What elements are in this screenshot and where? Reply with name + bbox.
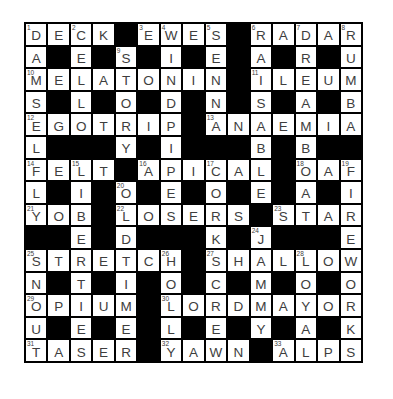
cell-r11c9[interactable]: 27S <box>206 250 226 271</box>
cell-r5c15[interactable]: A <box>341 114 361 135</box>
cell-r11c14[interactable]: O <box>318 250 338 271</box>
cell-r12c7[interactable]: O <box>161 273 181 294</box>
cell-letter: K <box>346 323 355 339</box>
clue-number: 14 <box>27 160 34 168</box>
cell-r15c8[interactable]: A <box>183 340 203 361</box>
cell-letter: O <box>53 210 64 226</box>
cell-letter: I <box>349 187 353 203</box>
cell-r11c8 <box>183 250 203 271</box>
cell-r15c11 <box>251 340 271 361</box>
cell-r3c14[interactable]: U <box>318 69 338 90</box>
cell-r15c2[interactable]: A <box>48 340 68 361</box>
cell-r8c5[interactable]: 20O <box>116 182 136 203</box>
cell-letter: E <box>77 52 86 68</box>
cell-letter: W <box>344 255 357 271</box>
cell-letter: E <box>346 233 355 249</box>
cell-letter: P <box>167 120 176 136</box>
cell-r2c10 <box>228 47 248 68</box>
cell-letter: E <box>189 29 198 45</box>
cell-r5c1[interactable]: 12E <box>26 114 46 135</box>
clue-number: 15 <box>72 160 79 168</box>
cell-letter: E <box>77 233 86 249</box>
cell-r5c13[interactable]: M <box>296 114 316 135</box>
clue-number: 1 <box>27 24 31 32</box>
cell-r6c7[interactable]: I <box>161 137 181 158</box>
cell-r4c7[interactable]: D <box>161 92 181 113</box>
cell-letter: L <box>77 74 85 90</box>
cell-r9c10[interactable]: S <box>228 205 248 226</box>
cell-r8c9[interactable]: O <box>206 182 226 203</box>
cell-letter: E <box>54 74 63 90</box>
cell-r11c13[interactable]: 28L <box>296 250 316 271</box>
cell-r7c9[interactable]: 17C <box>206 160 226 181</box>
cell-r7c15[interactable]: 19F <box>341 160 361 181</box>
cell-r15c1[interactable]: 31T <box>26 340 46 361</box>
cell-letter: Y <box>256 323 265 339</box>
cell-r4c4 <box>93 92 113 113</box>
cell-letter: S <box>32 97 41 113</box>
cell-r5c5[interactable]: R <box>116 114 136 135</box>
clue-number: 7 <box>297 24 301 32</box>
cell-r12c2 <box>48 273 68 294</box>
cell-letter: A <box>54 346 63 362</box>
cell-r7c12 <box>273 160 293 181</box>
cell-r2c9[interactable]: E <box>206 47 226 68</box>
cell-letter: R <box>211 300 221 316</box>
cell-letter: T <box>122 255 130 271</box>
cell-r4c3[interactable]: L <box>71 92 91 113</box>
cell-r14c4 <box>93 318 113 339</box>
cell-r8c7[interactable]: E <box>161 182 181 203</box>
cell-r5c7[interactable]: P <box>161 114 181 135</box>
cell-r13c2[interactable]: P <box>48 295 68 316</box>
cell-r11c5[interactable]: T <box>116 250 136 271</box>
clue-number: 23 <box>274 205 281 213</box>
cell-letter: B <box>346 97 355 113</box>
cell-letter: O <box>323 255 334 271</box>
cell-letter: E <box>54 165 63 181</box>
cell-letter: P <box>324 346 333 362</box>
cell-r3c15[interactable]: M <box>341 69 361 90</box>
cell-letter: U <box>31 323 41 339</box>
cell-r7c6[interactable]: 16A <box>138 160 158 181</box>
cell-r10c9[interactable]: K <box>206 227 226 248</box>
cell-r9c1[interactable]: 21Y <box>26 205 46 226</box>
cell-letter: O <box>143 210 154 226</box>
cell-r3c5[interactable]: T <box>116 69 136 90</box>
cell-r12c13[interactable]: O <box>296 273 316 294</box>
cell-r13c7[interactable]: 30L <box>161 295 181 316</box>
cell-r1c7[interactable]: 4W <box>161 24 181 45</box>
cell-r9c11 <box>251 205 271 226</box>
cell-r10c7 <box>161 227 181 248</box>
cell-letter: O <box>346 278 357 294</box>
cell-r13c15[interactable]: R <box>341 295 361 316</box>
clue-number: 8 <box>342 24 346 32</box>
cell-r15c4[interactable]: E <box>93 340 113 361</box>
cell-r14c11[interactable]: Y <box>251 318 271 339</box>
cell-r13c3[interactable]: I <box>71 295 91 316</box>
cell-letter: O <box>301 278 312 294</box>
cell-r4c14 <box>318 92 338 113</box>
clue-number: 11 <box>252 69 259 77</box>
cell-letter: N <box>234 346 244 362</box>
cell-r10c13 <box>296 227 316 248</box>
cell-r6c2 <box>48 137 68 158</box>
cell-r11c12[interactable]: L <box>273 250 293 271</box>
cell-r4c5[interactable]: O <box>116 92 136 113</box>
cell-letter: A <box>99 74 108 90</box>
cell-r9c7[interactable]: S <box>161 205 181 226</box>
cell-r3c13[interactable]: E <box>296 69 316 90</box>
cell-r14c14 <box>318 318 338 339</box>
cell-r11c11[interactable]: A <box>251 250 271 271</box>
cell-letter: A <box>32 52 41 68</box>
cell-letter: T <box>55 255 63 271</box>
cell-letter: T <box>77 278 85 294</box>
cell-r4c11[interactable]: S <box>251 92 271 113</box>
cell-r13c8[interactable]: O <box>183 295 203 316</box>
cell-r10c1 <box>26 227 46 248</box>
cell-letter: C <box>76 29 86 45</box>
cell-r5c4[interactable]: T <box>93 114 113 135</box>
cell-letter: A <box>189 346 198 362</box>
cell-letter: I <box>79 187 83 203</box>
cell-r6c9 <box>206 137 226 158</box>
cell-r15c12[interactable]: 33A <box>273 340 293 361</box>
cell-r12c3[interactable]: T <box>71 273 91 294</box>
cell-r2c5[interactable]: 9S <box>116 47 136 68</box>
cell-letter: E <box>167 187 176 203</box>
cell-letter: P <box>167 165 176 181</box>
cell-r12c4 <box>93 273 113 294</box>
cell-r7c2[interactable]: E <box>48 160 68 181</box>
cell-r6c1[interactable]: L <box>26 137 46 158</box>
cell-r6c15 <box>341 137 361 158</box>
cell-r6c14 <box>318 137 338 158</box>
cell-r9c2[interactable]: O <box>48 205 68 226</box>
cell-r11c10[interactable]: H <box>228 250 248 271</box>
clue-number: 26 <box>162 250 169 258</box>
clue-number: 2 <box>72 24 76 32</box>
cell-letter: M <box>255 300 266 316</box>
cell-letter: R <box>211 210 221 226</box>
cell-r1c13[interactable]: 7D <box>296 24 316 45</box>
cell-r13c1[interactable]: 29O <box>26 295 46 316</box>
cell-r15c6 <box>138 340 158 361</box>
cell-letter: C <box>144 255 154 271</box>
cell-r7c3[interactable]: 15L <box>71 160 91 181</box>
cell-r10c12 <box>273 227 293 248</box>
cell-letter: W <box>210 346 223 362</box>
cell-r14c1[interactable]: U <box>26 318 46 339</box>
cell-letter: R <box>256 29 266 45</box>
cell-letter: U <box>346 52 356 68</box>
cell-letter: O <box>188 300 199 316</box>
cell-r9c6[interactable]: O <box>138 205 158 226</box>
cell-r9c13[interactable]: T <box>296 205 316 226</box>
cell-r7c10[interactable]: A <box>228 160 248 181</box>
cell-letter: E <box>54 29 63 45</box>
cell-r6c11[interactable]: B <box>251 137 271 158</box>
cell-r12c11[interactable]: M <box>251 273 271 294</box>
cell-letter: I <box>79 300 83 316</box>
cell-r2c11[interactable]: A <box>251 47 271 68</box>
cell-r9c14[interactable]: A <box>318 205 338 226</box>
cell-letter: L <box>77 97 85 113</box>
cell-letter: N <box>166 74 176 90</box>
clue-number: 20 <box>117 182 124 190</box>
cell-r12c10 <box>228 273 248 294</box>
clue-number: 21 <box>27 205 34 213</box>
cell-r1c8[interactable]: E <box>183 24 203 45</box>
cell-r11c7[interactable]: 26H <box>161 250 181 271</box>
cell-r8c15[interactable]: I <box>341 182 361 203</box>
cell-r9c5[interactable]: 22L <box>116 205 136 226</box>
cell-r2c4 <box>93 47 113 68</box>
cell-r12c1[interactable]: N <box>26 273 46 294</box>
cell-r2c15[interactable]: U <box>341 47 361 68</box>
cell-letter: D <box>166 97 176 113</box>
cell-letter: E <box>144 29 153 45</box>
cell-r1c3[interactable]: 2C <box>71 24 91 45</box>
cell-r5c8 <box>183 114 203 135</box>
cell-r14c8 <box>183 318 203 339</box>
cell-r15c10[interactable]: N <box>228 340 248 361</box>
cell-letter: A <box>234 165 243 181</box>
cell-r14c13[interactable]: A <box>296 318 316 339</box>
cell-letter: H <box>234 255 244 271</box>
clue-number: 13 <box>207 114 214 122</box>
cell-r15c13[interactable]: L <box>296 340 316 361</box>
cell-r11c6[interactable]: C <box>138 250 158 271</box>
cell-r10c11[interactable]: 24J <box>251 227 271 248</box>
cell-r14c15[interactable]: K <box>341 318 361 339</box>
cell-r13c13[interactable]: Y <box>296 295 316 316</box>
cell-r11c3[interactable]: R <box>71 250 91 271</box>
cell-r7c7[interactable]: P <box>161 160 181 181</box>
cell-r14c9[interactable]: E <box>206 318 226 339</box>
cell-r6c13[interactable]: B <box>296 137 316 158</box>
cell-letter: B <box>77 210 86 226</box>
cell-r14c3[interactable]: E <box>71 318 91 339</box>
cell-letter: A <box>301 187 310 203</box>
cell-r4c13[interactable]: A <box>296 92 316 113</box>
cell-r1c15[interactable]: 8R <box>341 24 361 45</box>
cell-r7c4[interactable]: T <box>93 160 113 181</box>
cell-letter: R <box>301 52 311 68</box>
cell-r9c3[interactable]: B <box>71 205 91 226</box>
cell-letter: R <box>76 255 86 271</box>
cell-r1c1[interactable]: 1D <box>26 24 46 45</box>
cell-letter: A <box>301 97 310 113</box>
cell-letter: A <box>256 120 265 136</box>
cell-r10c2 <box>48 227 68 248</box>
cell-r7c14[interactable]: A <box>318 160 338 181</box>
cell-r1c14[interactable]: A <box>318 24 338 45</box>
cell-r1c4[interactable]: K <box>93 24 113 45</box>
cell-r3c8[interactable]: I <box>183 69 203 90</box>
cell-letter: T <box>100 165 108 181</box>
cell-r5c2[interactable]: G <box>48 114 68 135</box>
cell-r12c9[interactable]: C <box>206 273 226 294</box>
clue-number: 31 <box>27 340 34 348</box>
cell-r5c6[interactable]: I <box>138 114 158 135</box>
cell-r3c6[interactable]: O <box>138 69 158 90</box>
cell-r11c4[interactable]: E <box>93 250 113 271</box>
cell-r13c12[interactable]: A <box>273 295 293 316</box>
cell-r2c13[interactable]: R <box>296 47 316 68</box>
cell-r7c13[interactable]: 18O <box>296 160 316 181</box>
cell-r3c2[interactable]: E <box>48 69 68 90</box>
cell-r1c10 <box>228 24 248 45</box>
cell-letter: T <box>302 210 310 226</box>
cell-r15c7[interactable]: 32Y <box>161 340 181 361</box>
cell-r5c11[interactable]: A <box>251 114 271 135</box>
clue-number: 17 <box>207 160 214 168</box>
cell-r13c5[interactable]: M <box>116 295 136 316</box>
cell-r3c3[interactable]: L <box>71 69 91 90</box>
cell-r5c14[interactable]: I <box>318 114 338 135</box>
cell-r13c11[interactable]: M <box>251 295 271 316</box>
cell-r8c13[interactable]: A <box>296 182 316 203</box>
cell-letter: Y <box>122 142 131 158</box>
cell-r1c5 <box>116 24 136 45</box>
cell-r12c6 <box>138 273 158 294</box>
cell-letter: E <box>189 210 198 226</box>
cell-letter: M <box>300 120 311 136</box>
cell-letter: S <box>346 346 355 362</box>
cell-letter: E <box>256 187 265 203</box>
cell-letter: U <box>99 300 109 316</box>
cell-r1c2[interactable]: E <box>48 24 68 45</box>
cell-r2c2 <box>48 47 68 68</box>
cell-r8c14 <box>318 182 338 203</box>
cell-r9c15[interactable]: R <box>341 205 361 226</box>
cell-letter: L <box>257 165 265 181</box>
cell-r7c1[interactable]: 14F <box>26 160 46 181</box>
cell-r10c3[interactable]: E <box>71 227 91 248</box>
cell-r10c8 <box>183 227 203 248</box>
cell-r5c3[interactable]: O <box>71 114 91 135</box>
cell-r13c10[interactable]: D <box>228 295 248 316</box>
cell-r13c4[interactable]: U <box>93 295 113 316</box>
cell-r5c10[interactable]: N <box>228 114 248 135</box>
cell-r11c1[interactable]: 25S <box>26 250 46 271</box>
cell-letter: E <box>99 346 108 362</box>
cell-r2c8 <box>183 47 203 68</box>
cell-r4c1[interactable]: S <box>26 92 46 113</box>
cell-letter: O <box>323 300 334 316</box>
clue-number: 9 <box>117 47 121 55</box>
cell-r3c12[interactable]: L <box>273 69 293 90</box>
cell-letter: O <box>76 120 87 136</box>
cell-r3c10 <box>228 69 248 90</box>
cell-letter: T <box>100 120 108 136</box>
cell-r6c5[interactable]: Y <box>116 137 136 158</box>
cell-letter: D <box>301 29 311 45</box>
clue-number: 27 <box>207 250 214 258</box>
cell-r15c5[interactable]: R <box>116 340 136 361</box>
cell-r10c5[interactable]: D <box>116 227 136 248</box>
cell-r8c12 <box>273 182 293 203</box>
cell-r14c7[interactable]: L <box>161 318 181 339</box>
cell-r4c9[interactable]: N <box>206 92 226 113</box>
cell-r3c1[interactable]: 10M <box>26 69 46 90</box>
clue-number: 29 <box>27 295 34 303</box>
cell-r15c9[interactable]: W <box>206 340 226 361</box>
cell-letter: R <box>346 29 356 45</box>
cell-letter: S <box>234 210 243 226</box>
cell-letter: N <box>234 120 244 136</box>
cell-r3c11[interactable]: 11I <box>251 69 271 90</box>
cell-letter: K <box>211 233 220 249</box>
cell-r6c6 <box>138 137 158 158</box>
cell-r6c3 <box>71 137 91 158</box>
cell-r13c14[interactable]: O <box>318 295 338 316</box>
cell-r3c4[interactable]: A <box>93 69 113 90</box>
cell-r2c14 <box>318 47 338 68</box>
cell-r3c7[interactable]: N <box>161 69 181 90</box>
cell-r4c15[interactable]: B <box>341 92 361 113</box>
cell-r7c8[interactable]: I <box>183 160 203 181</box>
cell-r9c12[interactable]: 23S <box>273 205 293 226</box>
cell-r13c9[interactable]: R <box>206 295 226 316</box>
cell-r2c7[interactable]: I <box>161 47 181 68</box>
clue-number: 3 <box>139 24 143 32</box>
cell-r10c15[interactable]: E <box>341 227 361 248</box>
cell-r1c9[interactable]: 5S <box>206 24 226 45</box>
cell-letter: E <box>211 323 220 339</box>
cell-r8c2 <box>48 182 68 203</box>
cell-r8c1[interactable]: L <box>26 182 46 203</box>
cell-r8c11[interactable]: E <box>251 182 271 203</box>
cell-letter: B <box>301 142 310 158</box>
cell-r1c6[interactable]: 3E <box>138 24 158 45</box>
cell-r14c6 <box>138 318 158 339</box>
cell-r1c12[interactable]: A <box>273 24 293 45</box>
cell-r15c3[interactable]: S <box>71 340 91 361</box>
cell-r11c15[interactable]: W <box>341 250 361 271</box>
cell-r14c5[interactable]: E <box>116 318 136 339</box>
cell-r2c1[interactable]: A <box>26 47 46 68</box>
clue-number: 28 <box>297 250 304 258</box>
cell-r5c9[interactable]: 13A <box>206 114 226 135</box>
cell-letter: A <box>256 255 265 271</box>
cell-r9c8[interactable]: E <box>183 205 203 226</box>
cell-r9c9[interactable]: R <box>206 205 226 226</box>
cell-letter: W <box>165 29 178 45</box>
cell-r12c5[interactable]: I <box>116 273 136 294</box>
cell-letter: M <box>345 74 356 90</box>
cell-r3c9[interactable]: N <box>206 69 226 90</box>
cell-r7c11[interactable]: L <box>251 160 271 181</box>
cell-r8c3[interactable]: I <box>71 182 91 203</box>
cell-r1c11[interactable]: 6R <box>251 24 271 45</box>
cell-r15c15[interactable]: S <box>341 340 361 361</box>
cell-letter: Y <box>301 300 310 316</box>
cell-r6c4 <box>93 137 113 158</box>
cell-r4c6 <box>138 92 158 113</box>
cell-r15c14[interactable]: P <box>318 340 338 361</box>
cell-r12c15[interactable]: O <box>341 273 361 294</box>
cell-r11c2[interactable]: T <box>48 250 68 271</box>
cell-letter: S <box>167 210 176 226</box>
cell-letter: R <box>346 300 356 316</box>
cell-r2c3[interactable]: E <box>71 47 91 68</box>
cell-letter: O <box>211 187 222 203</box>
cell-r5c12[interactable]: E <box>273 114 293 135</box>
